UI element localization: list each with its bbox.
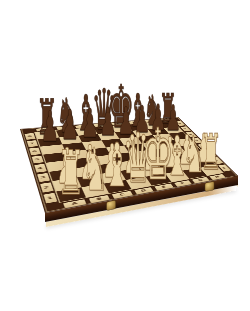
pieces-layer: ♜♞♝♛♚♝♞♜♟♟♟♟♟♟♟♟♟♟♟♟♟♟♟♟♜♞♝♛♚♝♞♜: [0, 0, 250, 311]
piece-white-rook-a1: ♜: [57, 142, 84, 203]
piece-white-rook-h1: ♜: [200, 128, 222, 177]
product-photo-wooden-chess-set: AABBCCDDEEFFGGHH8877665544332211 ♜♞♝♛♚♝♞…: [0, 0, 250, 311]
